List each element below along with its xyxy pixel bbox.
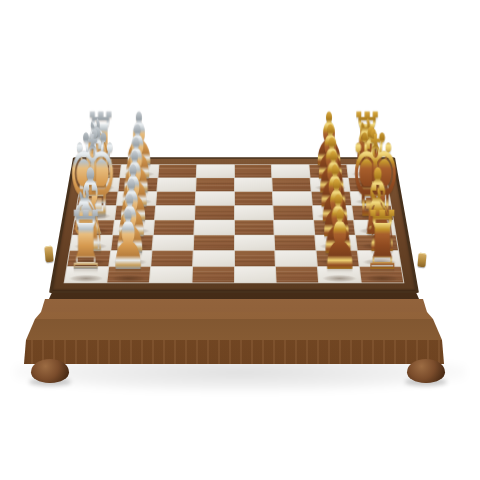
board-grid: ♜♟♟♜♞♟♟♞♝♟♟♝♛♟♟♛♚♟♟♚♝♟♟♝♞♟♟♞♜♟♟♜	[64, 164, 405, 283]
square-d4[interactable]	[195, 206, 234, 220]
square-b4[interactable]	[196, 178, 234, 191]
square-h1[interactable]: ♜	[65, 267, 108, 283]
square-a5[interactable]	[234, 165, 271, 178]
board-frame: ♜♟♟♜♞♟♟♞♝♟♟♝♛♟♟♛♚♟♟♚♝♟♟♝♞♟♟♞♜♟♟♜	[49, 157, 419, 293]
square-h5[interactable]	[234, 267, 275, 283]
square-a6[interactable]	[272, 165, 310, 178]
square-e6[interactable]	[274, 220, 314, 234]
square-f4[interactable]	[193, 235, 233, 250]
brass-latch-left	[44, 246, 53, 263]
square-h8[interactable]: ♜	[360, 267, 403, 283]
piece-gold-rook-h8[interactable]: ♜	[363, 200, 401, 281]
square-c5[interactable]	[234, 192, 272, 206]
square-b5[interactable]	[234, 178, 272, 191]
square-g3[interactable]	[151, 251, 192, 266]
piece-silver-pawn-h2[interactable]: ♟	[109, 200, 147, 281]
square-f5[interactable]	[234, 235, 274, 250]
square-d5[interactable]	[234, 206, 273, 220]
piece-silver-rook-h1[interactable]: ♜	[67, 200, 105, 281]
square-f3[interactable]	[152, 235, 193, 250]
square-c3[interactable]	[156, 192, 195, 206]
square-e5[interactable]	[234, 220, 274, 234]
square-a3[interactable]	[158, 165, 196, 178]
square-h4[interactable]	[192, 267, 233, 283]
square-g4[interactable]	[193, 251, 234, 266]
square-g6[interactable]	[276, 251, 317, 266]
square-c4[interactable]	[195, 192, 233, 206]
square-g5[interactable]	[234, 251, 275, 266]
square-d6[interactable]	[274, 206, 314, 220]
piece-gold-pawn-h7[interactable]: ♟	[321, 200, 359, 281]
chess-set-photo: ♜♟♟♜♞♟♟♞♝♟♟♝♛♟♟♛♚♟♟♚♝♟♟♝♞♟♟♞♜♟♟♜	[0, 0, 480, 480]
square-b3[interactable]	[157, 178, 195, 191]
square-h3[interactable]	[150, 267, 192, 283]
ground-shadow	[14, 356, 466, 392]
square-h6[interactable]	[276, 267, 318, 283]
chess-board: ♜♟♟♜♞♟♟♞♝♟♟♝♛♟♟♛♚♟♟♚♝♟♟♝♞♟♟♞♜♟♟♜	[49, 157, 419, 293]
square-e3[interactable]	[154, 220, 194, 234]
square-d3[interactable]	[155, 206, 195, 220]
square-c6[interactable]	[273, 192, 312, 206]
square-a4[interactable]	[196, 165, 233, 178]
square-b6[interactable]	[273, 178, 311, 191]
square-h7[interactable]: ♟	[318, 267, 361, 283]
square-e4[interactable]	[194, 220, 234, 234]
square-f6[interactable]	[275, 235, 316, 250]
square-h2[interactable]: ♟	[107, 267, 150, 283]
brass-latch-right	[417, 253, 426, 268]
